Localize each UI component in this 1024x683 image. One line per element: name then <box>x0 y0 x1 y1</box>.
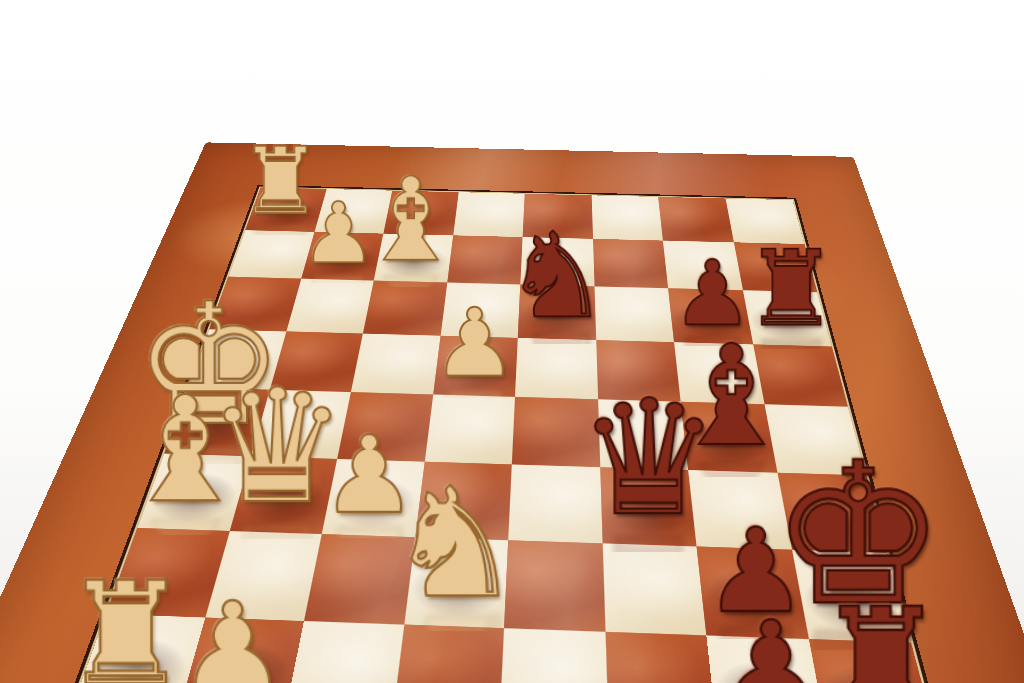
square-h7[interactable]: ♟ <box>706 635 827 683</box>
square-b3[interactable]: ♝ <box>374 233 453 282</box>
square-d3[interactable] <box>351 333 440 394</box>
square-g6[interactable] <box>602 543 706 635</box>
piece-white-pawn-h2[interactable]: ♟ <box>177 587 288 683</box>
square-a7[interactable] <box>658 197 733 242</box>
piece-black-queen-f6[interactable]: ♛ <box>578 380 720 539</box>
chess-board: ♜♟♝♞♟♜♟♚♝♝♛♟♛♞♟♚♜♟♟♜ <box>0 142 1024 683</box>
piece-black-rook-h8[interactable]: ♜ <box>816 589 946 683</box>
piece-white-knight-g4[interactable]: ♞ <box>387 467 523 618</box>
square-d4[interactable]: ♟ <box>433 335 518 397</box>
square-h6[interactable] <box>605 631 718 683</box>
piece-white-bishop-b3[interactable]: ♝ <box>359 162 462 277</box>
square-h5[interactable] <box>499 628 608 683</box>
square-g4[interactable]: ♞ <box>404 537 508 628</box>
square-f6[interactable]: ♛ <box>600 467 697 547</box>
square-c5[interactable]: ♞ <box>518 284 596 339</box>
studio-scene: ♜♟♝♞♟♜♟♚♝♝♛♟♛♞♟♚♜♟♟♜ <box>0 0 1024 683</box>
square-c2[interactable] <box>286 279 374 334</box>
square-h3[interactable] <box>284 620 404 683</box>
square-h4[interactable] <box>391 624 504 683</box>
piece-white-rook-h1[interactable]: ♜ <box>62 563 190 683</box>
square-h8[interactable]: ♜ <box>808 639 938 683</box>
playing-area-8x8: ♜♟♝♞♟♜♟♚♝♝♛♟♛♞♟♚♜♟♟♜ <box>70 188 938 683</box>
piece-white-pawn-d4[interactable]: ♟ <box>432 296 517 390</box>
piece-black-pawn-h7[interactable]: ♟ <box>715 605 827 683</box>
square-h2[interactable]: ♟ <box>177 617 304 683</box>
piece-black-knight-c5[interactable]: ♞ <box>504 217 609 335</box>
square-e4[interactable] <box>424 395 515 464</box>
